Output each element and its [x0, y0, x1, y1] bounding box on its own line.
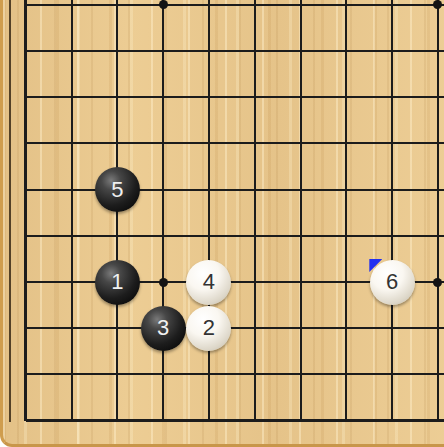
intersection-E3[interactable]: 2: [186, 305, 232, 351]
intersection-B2[interactable]: [49, 351, 95, 397]
grid-line-vertical: [437, 74, 439, 120]
intersection-K1[interactable]: [415, 398, 444, 444]
intersection-H8[interactable]: [323, 74, 369, 120]
intersection-G10[interactable]: [278, 0, 324, 28]
grid-line-vertical: [345, 305, 347, 351]
intersection-C3[interactable]: [95, 305, 141, 351]
go-board: 514632: [0, 0, 444, 447]
intersection-H3[interactable]: [323, 305, 369, 351]
grid-line-horizontal: [415, 419, 444, 422]
grid-line-horizontal: [415, 189, 444, 191]
intersection-H5[interactable]: [323, 213, 369, 259]
intersection-C5[interactable]: [95, 213, 141, 259]
grid-line-vertical: [391, 28, 393, 74]
intersection-C10[interactable]: [95, 0, 141, 28]
grid-line-horizontal: [26, 96, 49, 98]
intersection-K10[interactable]: [415, 0, 444, 28]
grid-line-vertical: [208, 28, 210, 74]
grid-line-vertical: [254, 398, 256, 421]
intersection-E6[interactable]: [186, 167, 232, 213]
intersection-H6[interactable]: [323, 167, 369, 213]
intersection-B7[interactable]: [49, 120, 95, 166]
grid-line-horizontal: [26, 327, 49, 329]
grid-line-vertical: [71, 398, 73, 421]
grid-line-vertical: [437, 167, 439, 213]
star-point-K4: [433, 278, 442, 287]
intersection-F8[interactable]: [232, 74, 278, 120]
intersection-A1[interactable]: [3, 398, 49, 444]
grid-line-vertical: [345, 351, 347, 397]
grid-line-vertical: [345, 0, 347, 28]
intersection-A2[interactable]: [3, 351, 49, 397]
star-point-K10: [433, 0, 442, 9]
grid-line-vertical: [162, 28, 164, 74]
grid-line-vertical: [254, 167, 256, 213]
intersection-E9[interactable]: [186, 28, 232, 74]
intersection-F2[interactable]: [232, 351, 278, 397]
grid-line-vertical: [254, 351, 256, 397]
intersection-J6[interactable]: [369, 167, 415, 213]
grid-line-vertical: [254, 28, 256, 74]
grid-line-vertical: [437, 28, 439, 74]
grid-line-vertical: [437, 120, 439, 166]
intersection-B5[interactable]: [49, 213, 95, 259]
intersection-A6[interactable]: [3, 167, 49, 213]
intersection-C6[interactable]: 5: [95, 167, 141, 213]
grid-line-vertical: [300, 259, 302, 305]
white-stone-E3: 2: [186, 306, 231, 351]
grid-line-vertical: [391, 167, 393, 213]
grid-line-vertical: [162, 213, 164, 259]
grid-line-vertical: [162, 74, 164, 120]
grid-line-horizontal: [415, 96, 444, 98]
grid-line-vertical: [116, 351, 118, 397]
intersection-E4[interactable]: 4: [186, 259, 232, 305]
grid-line-vertical: [208, 167, 210, 213]
intersection-B9[interactable]: [49, 28, 95, 74]
intersection-A10[interactable]: [3, 0, 49, 28]
grid-line-vertical: [116, 398, 118, 421]
intersection-H7[interactable]: [323, 120, 369, 166]
intersection-H4[interactable]: [323, 259, 369, 305]
grid-line-horizontal: [26, 142, 49, 144]
intersection-G2[interactable]: [278, 351, 324, 397]
grid-line-vertical: [254, 120, 256, 166]
grid-line-vertical: [254, 213, 256, 259]
stone-number: 5: [111, 179, 123, 201]
intersection-J1[interactable]: [369, 398, 415, 444]
grid-line-vertical: [71, 120, 73, 166]
intersection-D3[interactable]: 3: [140, 305, 186, 351]
grid-line-vertical: [300, 351, 302, 397]
intersection-D4[interactable]: [140, 259, 186, 305]
intersection-G4[interactable]: [278, 259, 324, 305]
grid-line-vertical: [254, 305, 256, 351]
grid-line-vertical: [345, 28, 347, 74]
intersection-D1[interactable]: [140, 398, 186, 444]
grid-line-horizontal: [26, 4, 49, 6]
grid-line-vertical: [116, 0, 118, 28]
intersection-E5[interactable]: [186, 213, 232, 259]
intersection-G3[interactable]: [278, 305, 324, 351]
intersection-K3[interactable]: [415, 305, 444, 351]
grid-line-vertical: [391, 0, 393, 28]
intersection-B3[interactable]: [49, 305, 95, 351]
intersection-E8[interactable]: [186, 74, 232, 120]
grid-line-vertical: [300, 167, 302, 213]
grid-line-horizontal: [415, 235, 444, 237]
grid-line-horizontal: [415, 50, 444, 52]
grid-line-vertical: [345, 259, 347, 305]
grid-line-vertical: [254, 0, 256, 28]
intersection-C7[interactable]: [95, 120, 141, 166]
black-stone-D3: 3: [141, 306, 186, 351]
intersection-H10[interactable]: [323, 0, 369, 28]
intersection-D7[interactable]: [140, 120, 186, 166]
intersection-H9[interactable]: [323, 28, 369, 74]
grid-line-vertical: [345, 167, 347, 213]
intersection-F6[interactable]: [232, 167, 278, 213]
intersection-G5[interactable]: [278, 213, 324, 259]
grid-line-vertical: [24, 0, 27, 28]
grid-line-vertical: [208, 351, 210, 397]
grid-line-vertical: [208, 74, 210, 120]
intersection-K4[interactable]: [415, 259, 444, 305]
grid-line-vertical: [24, 259, 27, 305]
grid-line-horizontal: [415, 373, 444, 375]
intersection-A7[interactable]: [3, 120, 49, 166]
grid-line-vertical: [300, 398, 302, 421]
intersection-J4[interactable]: 6: [369, 259, 415, 305]
grid-line-vertical: [391, 213, 393, 259]
intersection-J8[interactable]: [369, 74, 415, 120]
grid-line-vertical: [300, 0, 302, 28]
intersection-B8[interactable]: [49, 74, 95, 120]
grid-line-vertical: [208, 120, 210, 166]
star-point-D10: [159, 0, 168, 9]
grid-line-vertical: [345, 213, 347, 259]
star-point-D4: [159, 278, 168, 287]
goban-grid: 514632: [3, 0, 444, 444]
intersection-K7[interactable]: [415, 120, 444, 166]
intersection-D6[interactable]: [140, 167, 186, 213]
grid-line-vertical: [71, 213, 73, 259]
intersection-F4[interactable]: [232, 259, 278, 305]
intersection-C8[interactable]: [95, 74, 141, 120]
intersection-F3[interactable]: [232, 305, 278, 351]
grid-line-horizontal: [26, 235, 49, 237]
intersection-J3[interactable]: [369, 305, 415, 351]
grid-line-horizontal: [26, 50, 49, 52]
grid-line-vertical: [162, 167, 164, 213]
grid-line-vertical: [24, 351, 27, 397]
grid-line-vertical: [24, 305, 27, 351]
intersection-K6[interactable]: [415, 167, 444, 213]
grid-line-vertical: [71, 259, 73, 305]
intersection-D9[interactable]: [140, 28, 186, 74]
grid-line-vertical: [71, 305, 73, 351]
grid-line-vertical: [437, 398, 439, 421]
intersection-B4[interactable]: [49, 259, 95, 305]
grid-line-vertical: [300, 28, 302, 74]
intersection-G9[interactable]: [278, 28, 324, 74]
intersection-J2[interactable]: [369, 351, 415, 397]
grid-line-vertical: [71, 74, 73, 120]
intersection-D8[interactable]: [140, 74, 186, 120]
intersection-F1[interactable]: [232, 398, 278, 444]
grid-line-vertical: [391, 398, 393, 421]
grid-line-vertical: [116, 120, 118, 166]
grid-line-vertical: [391, 351, 393, 397]
intersection-K2[interactable]: [415, 351, 444, 397]
grid-line-vertical: [71, 0, 73, 28]
grid-line-vertical: [116, 74, 118, 120]
stone-number: 3: [157, 317, 169, 339]
intersection-J7[interactable]: [369, 120, 415, 166]
intersection-J10[interactable]: [369, 0, 415, 28]
intersection-G1[interactable]: [278, 398, 324, 444]
intersection-F9[interactable]: [232, 28, 278, 74]
grid-line-vertical: [300, 213, 302, 259]
intersection-F7[interactable]: [232, 120, 278, 166]
intersection-B10[interactable]: [49, 0, 95, 28]
black-stone-C6: 5: [95, 167, 140, 212]
stone-number: 6: [386, 271, 398, 293]
intersection-D2[interactable]: [140, 351, 186, 397]
grid-line-vertical: [437, 351, 439, 397]
grid-line-vertical: [345, 74, 347, 120]
intersection-E2[interactable]: [186, 351, 232, 397]
grid-line-vertical: [437, 213, 439, 259]
grid-line-vertical: [24, 74, 27, 120]
black-stone-C4: 1: [95, 260, 140, 305]
intersection-D5[interactable]: [140, 213, 186, 259]
grid-line-vertical: [116, 305, 118, 351]
stone-number: 4: [203, 271, 215, 293]
grid-line-vertical: [300, 74, 302, 120]
intersection-F10[interactable]: [232, 0, 278, 28]
grid-line-vertical: [116, 213, 118, 259]
intersection-A3[interactable]: [3, 305, 49, 351]
grid-line-vertical: [437, 305, 439, 351]
grid-line-vertical: [162, 398, 164, 421]
intersection-A5[interactable]: [3, 213, 49, 259]
intersection-E1[interactable]: [186, 398, 232, 444]
grid-line-vertical: [391, 305, 393, 351]
grid-line-vertical: [162, 120, 164, 166]
intersection-E7[interactable]: [186, 120, 232, 166]
intersection-J9[interactable]: [369, 28, 415, 74]
grid-line-vertical: [208, 213, 210, 259]
grid-line-vertical: [300, 120, 302, 166]
grid-line-horizontal: [26, 373, 49, 375]
grid-line-vertical: [116, 28, 118, 74]
intersection-F5[interactable]: [232, 213, 278, 259]
white-stone-J4: 6: [370, 260, 415, 305]
grid-line-vertical: [208, 398, 210, 421]
grid-line-vertical: [71, 28, 73, 74]
intersection-C4[interactable]: 1: [95, 259, 141, 305]
intersection-A8[interactable]: [3, 74, 49, 120]
intersection-A4[interactable]: [3, 259, 49, 305]
grid-line-vertical: [345, 120, 347, 166]
grid-line-vertical: [24, 120, 27, 166]
grid-line-vertical: [162, 351, 164, 397]
grid-line-vertical: [345, 398, 347, 421]
intersection-H2[interactable]: [323, 351, 369, 397]
grid-line-vertical: [300, 305, 302, 351]
grid-line-horizontal: [26, 281, 49, 283]
intersection-K9[interactable]: [415, 28, 444, 74]
intersection-C1[interactable]: [95, 398, 141, 444]
grid-line-vertical: [208, 0, 210, 28]
white-stone-E4: 4: [186, 260, 231, 305]
intersection-K5[interactable]: [415, 213, 444, 259]
grid-line-vertical: [24, 213, 27, 259]
intersection-J5[interactable]: [369, 213, 415, 259]
intersection-A9[interactable]: [3, 28, 49, 74]
intersection-G8[interactable]: [278, 74, 324, 120]
intersection-C2[interactable]: [95, 351, 141, 397]
page-background: 514632: [0, 0, 444, 447]
intersection-C9[interactable]: [95, 28, 141, 74]
intersection-D10[interactable]: [140, 0, 186, 28]
intersection-K8[interactable]: [415, 74, 444, 120]
intersection-G7[interactable]: [278, 120, 324, 166]
grid-line-vertical: [254, 74, 256, 120]
grid-line-vertical: [24, 398, 27, 421]
grid-line-vertical: [24, 28, 27, 74]
intersection-B1[interactable]: [49, 398, 95, 444]
intersection-H1[interactable]: [323, 398, 369, 444]
grid-line-horizontal: [26, 189, 49, 191]
grid-line-vertical: [391, 74, 393, 120]
grid-line-vertical: [71, 351, 73, 397]
stone-number: 1: [111, 271, 123, 293]
intersection-B6[interactable]: [49, 167, 95, 213]
grid-line-vertical: [391, 120, 393, 166]
grid-line-vertical: [24, 167, 27, 213]
intersection-E10[interactable]: [186, 0, 232, 28]
grid-line-vertical: [71, 167, 73, 213]
intersection-G6[interactable]: [278, 167, 324, 213]
grid-line-horizontal: [415, 327, 444, 329]
grid-line-horizontal: [415, 142, 444, 144]
stone-number: 2: [203, 317, 215, 339]
grid-line-vertical: [254, 259, 256, 305]
grid-line-horizontal: [26, 419, 49, 422]
